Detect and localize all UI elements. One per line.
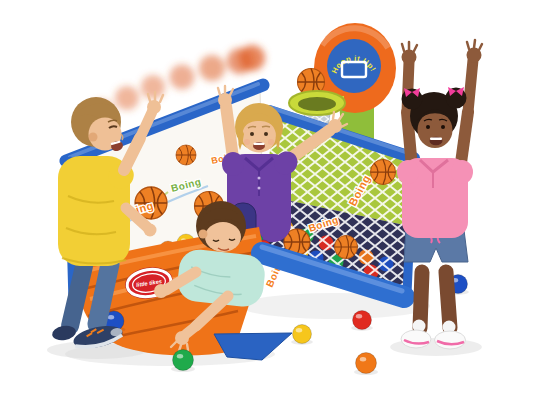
scene-svg: Hoop it Up! Boing Boing Boing (0, 0, 533, 419)
boy-head (71, 97, 124, 152)
mesh-print-basketball (371, 160, 396, 185)
floor-ball-green (173, 350, 194, 371)
floor-ball-red (353, 311, 372, 330)
product-photo: Hoop it Up! Boing Boing Boing (0, 0, 533, 419)
panel-print-basketball (176, 145, 196, 165)
pigtail-bun (402, 89, 423, 110)
hoop-rim (289, 91, 345, 115)
floor-ball-orange (356, 353, 377, 374)
mesh-print-basketball (335, 236, 358, 259)
floor-ball-yellow (293, 325, 312, 344)
pigtail-bun (446, 88, 467, 109)
